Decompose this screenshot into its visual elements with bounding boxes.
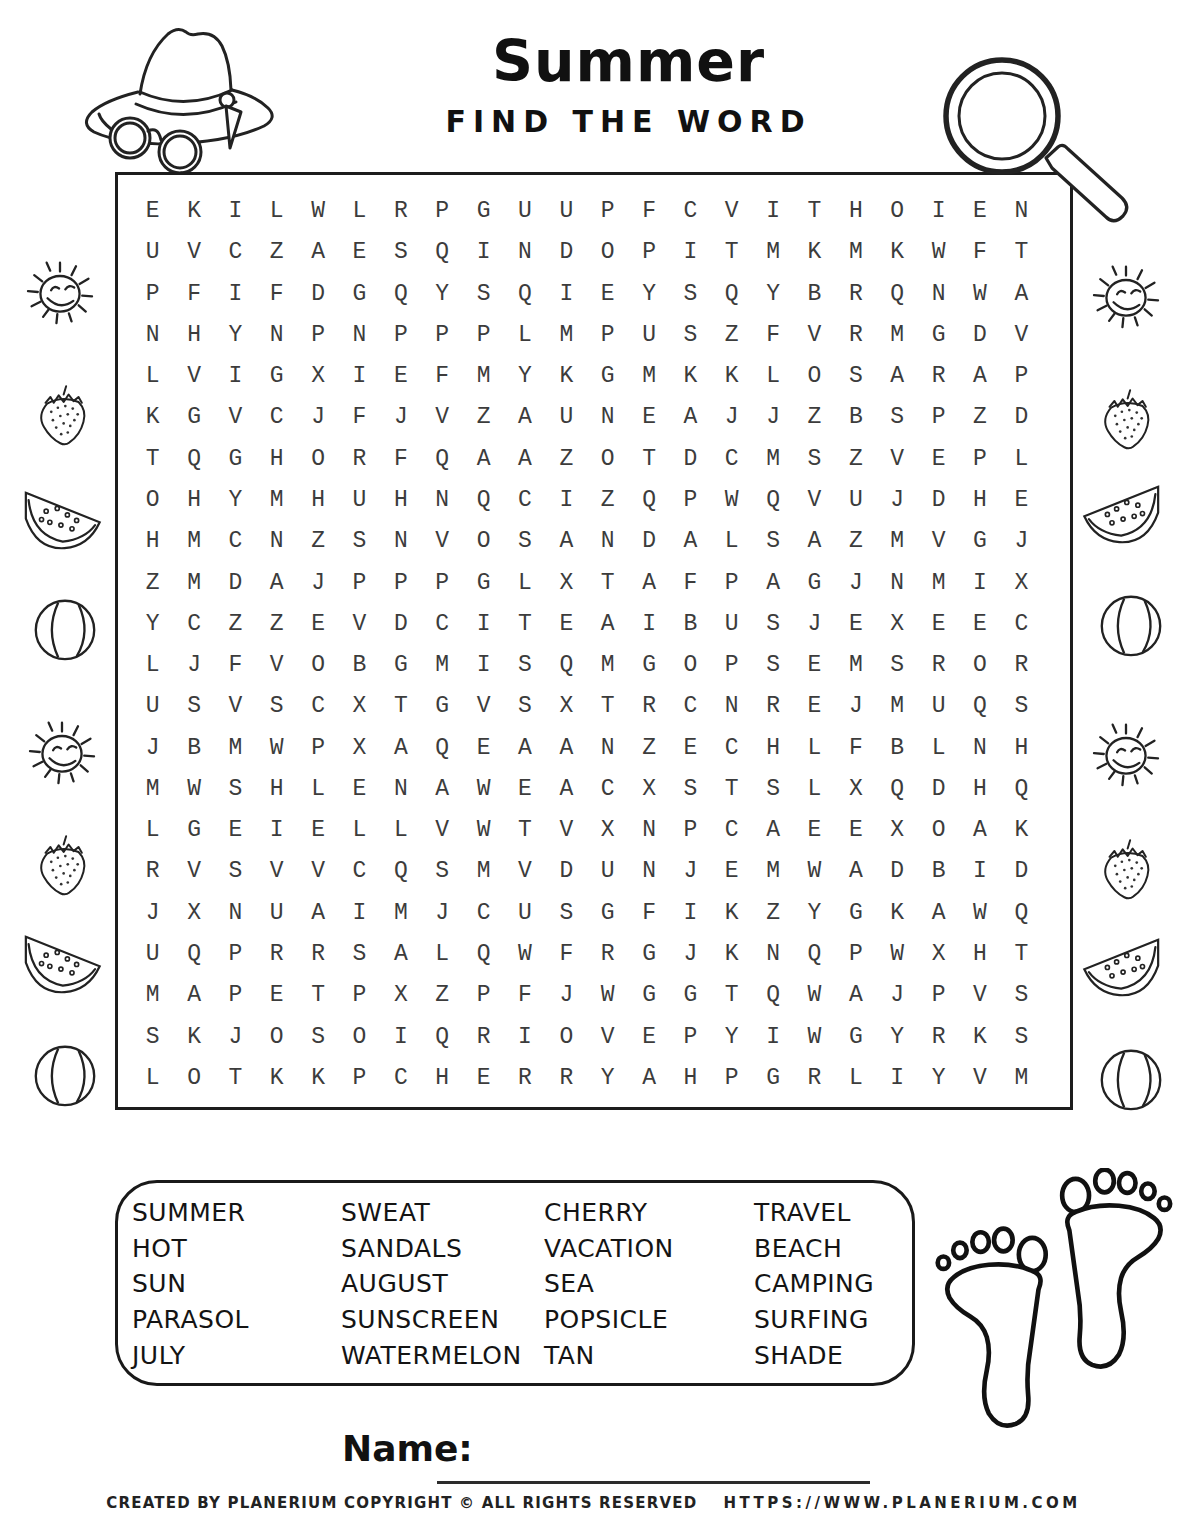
grid-cell[interactable]: Z bbox=[752, 893, 793, 934]
grid-cell[interactable]: H bbox=[959, 480, 1000, 521]
grid-cell[interactable]: M bbox=[877, 521, 918, 562]
grid-cell[interactable]: O bbox=[132, 480, 173, 521]
grid-cell[interactable]: A bbox=[835, 975, 876, 1016]
grid-cell[interactable]: I bbox=[215, 356, 256, 397]
grid-cell[interactable]: Q bbox=[628, 480, 669, 521]
grid-cell[interactable]: M bbox=[215, 728, 256, 769]
grid-cell[interactable]: G bbox=[794, 562, 835, 603]
grid-cell[interactable]: P bbox=[711, 645, 752, 686]
grid-cell[interactable]: S bbox=[339, 521, 380, 562]
grid-cell[interactable]: N bbox=[959, 728, 1000, 769]
grid-cell[interactable]: E bbox=[628, 1016, 669, 1057]
grid-cell[interactable]: E bbox=[711, 851, 752, 892]
grid-cell[interactable]: N bbox=[711, 686, 752, 727]
grid-cell[interactable]: I bbox=[546, 274, 587, 315]
grid-cell[interactable]: S bbox=[752, 645, 793, 686]
grid-cell[interactable]: W bbox=[877, 934, 918, 975]
grid-cell[interactable]: I bbox=[670, 232, 711, 273]
grid-cell[interactable]: R bbox=[628, 686, 669, 727]
grid-cell[interactable]: U bbox=[132, 934, 173, 975]
grid-cell[interactable]: A bbox=[504, 397, 545, 438]
grid-cell[interactable]: O bbox=[463, 521, 504, 562]
grid-cell[interactable]: P bbox=[959, 439, 1000, 480]
grid-cell[interactable]: S bbox=[546, 893, 587, 934]
grid-cell[interactable]: S bbox=[504, 686, 545, 727]
grid-cell[interactable]: D bbox=[918, 480, 959, 521]
grid-cell[interactable]: I bbox=[215, 274, 256, 315]
grid-cell[interactable]: A bbox=[546, 769, 587, 810]
grid-cell[interactable]: X bbox=[877, 810, 918, 851]
grid-cell[interactable]: T bbox=[380, 686, 421, 727]
grid-cell[interactable]: M bbox=[1001, 1058, 1042, 1099]
grid-cell[interactable]: J bbox=[877, 480, 918, 521]
grid-cell[interactable]: Q bbox=[422, 232, 463, 273]
grid-cell[interactable]: H bbox=[256, 439, 297, 480]
grid-cell[interactable]: V bbox=[297, 851, 338, 892]
grid-cell[interactable]: W bbox=[173, 769, 214, 810]
grid-cell[interactable]: I bbox=[463, 604, 504, 645]
grid-cell[interactable]: L bbox=[918, 728, 959, 769]
grid-cell[interactable]: R bbox=[918, 356, 959, 397]
grid-cell[interactable]: H bbox=[422, 1058, 463, 1099]
grid-cell[interactable]: I bbox=[339, 893, 380, 934]
grid-cell[interactable]: V bbox=[173, 851, 214, 892]
grid-cell[interactable]: A bbox=[546, 521, 587, 562]
grid-cell[interactable]: A bbox=[835, 851, 876, 892]
grid-cell[interactable]: V bbox=[422, 810, 463, 851]
grid-cell[interactable]: V bbox=[173, 356, 214, 397]
grid-cell[interactable]: J bbox=[297, 562, 338, 603]
grid-cell[interactable]: N bbox=[380, 769, 421, 810]
grid-cell[interactable]: C bbox=[711, 728, 752, 769]
grid-cell[interactable]: J bbox=[877, 975, 918, 1016]
grid-cell[interactable]: W bbox=[959, 274, 1000, 315]
grid-cell[interactable]: Q bbox=[380, 274, 421, 315]
grid-cell[interactable]: P bbox=[339, 562, 380, 603]
grid-cell[interactable]: N bbox=[339, 315, 380, 356]
grid-cell[interactable]: T bbox=[587, 686, 628, 727]
grid-cell[interactable]: M bbox=[380, 893, 421, 934]
grid-cell[interactable]: C bbox=[1001, 604, 1042, 645]
grid-cell[interactable]: A bbox=[877, 356, 918, 397]
grid-cell[interactable]: L bbox=[504, 562, 545, 603]
grid-cell[interactable]: E bbox=[256, 975, 297, 1016]
grid-cell[interactable]: H bbox=[670, 1058, 711, 1099]
grid-cell[interactable]: L bbox=[794, 728, 835, 769]
grid-cell[interactable]: M bbox=[463, 356, 504, 397]
grid-cell[interactable]: V bbox=[463, 686, 504, 727]
grid-cell[interactable]: F bbox=[670, 562, 711, 603]
grid-cell[interactable]: R bbox=[1001, 645, 1042, 686]
grid-cell[interactable]: V bbox=[422, 521, 463, 562]
grid-cell[interactable]: J bbox=[132, 893, 173, 934]
grid-cell[interactable]: Q bbox=[1001, 893, 1042, 934]
grid-cell[interactable]: U bbox=[835, 480, 876, 521]
grid-cell[interactable]: Q bbox=[1001, 769, 1042, 810]
grid-cell[interactable]: D bbox=[959, 315, 1000, 356]
grid-cell[interactable]: V bbox=[339, 604, 380, 645]
grid-cell[interactable]: W bbox=[918, 232, 959, 273]
grid-cell[interactable]: Q bbox=[877, 769, 918, 810]
grid-cell[interactable]: M bbox=[132, 769, 173, 810]
grid-cell[interactable]: H bbox=[752, 728, 793, 769]
grid-cell[interactable]: L bbox=[422, 934, 463, 975]
grid-cell[interactable]: A bbox=[463, 439, 504, 480]
grid-cell[interactable]: Y bbox=[215, 480, 256, 521]
grid-cell[interactable]: S bbox=[504, 645, 545, 686]
grid-cell[interactable]: A bbox=[670, 397, 711, 438]
grid-cell[interactable]: G bbox=[422, 686, 463, 727]
grid-cell[interactable]: C bbox=[711, 439, 752, 480]
grid-cell[interactable]: A bbox=[959, 356, 1000, 397]
grid-cell[interactable]: G bbox=[256, 356, 297, 397]
grid-cell[interactable]: P bbox=[587, 315, 628, 356]
grid-cell[interactable]: J bbox=[670, 934, 711, 975]
grid-cell[interactable]: S bbox=[380, 232, 421, 273]
grid-cell[interactable]: U bbox=[504, 893, 545, 934]
grid-cell[interactable]: X bbox=[297, 356, 338, 397]
grid-cell[interactable]: D bbox=[1001, 851, 1042, 892]
grid-cell[interactable]: T bbox=[711, 232, 752, 273]
grid-cell[interactable]: D bbox=[215, 562, 256, 603]
grid-cell[interactable]: G bbox=[215, 439, 256, 480]
grid-cell[interactable]: Y bbox=[587, 1058, 628, 1099]
grid-cell[interactable]: H bbox=[132, 521, 173, 562]
grid-cell[interactable]: Q bbox=[463, 480, 504, 521]
grid-cell[interactable]: N bbox=[422, 480, 463, 521]
grid-cell[interactable]: A bbox=[297, 232, 338, 273]
grid-cell[interactable]: N bbox=[132, 315, 173, 356]
grid-cell[interactable]: M bbox=[463, 851, 504, 892]
grid-cell[interactable]: Q bbox=[794, 934, 835, 975]
grid-cell[interactable]: P bbox=[1001, 356, 1042, 397]
grid-cell[interactable]: Q bbox=[752, 480, 793, 521]
grid-cell[interactable]: N bbox=[918, 274, 959, 315]
grid-cell[interactable]: U bbox=[546, 397, 587, 438]
grid-cell[interactable]: L bbox=[132, 356, 173, 397]
grid-cell[interactable]: Q bbox=[422, 728, 463, 769]
grid-cell[interactable]: R bbox=[339, 439, 380, 480]
grid-cell[interactable]: Q bbox=[173, 439, 214, 480]
grid-cell[interactable]: I bbox=[752, 1016, 793, 1057]
grid-cell[interactable]: E bbox=[587, 274, 628, 315]
grid-cell[interactable]: S bbox=[463, 274, 504, 315]
grid-cell[interactable]: O bbox=[918, 810, 959, 851]
grid-cell[interactable]: D bbox=[877, 851, 918, 892]
grid-cell[interactable]: O bbox=[339, 1016, 380, 1057]
grid-cell[interactable]: S bbox=[1001, 975, 1042, 1016]
grid-cell[interactable]: T bbox=[711, 769, 752, 810]
grid-cell[interactable]: X bbox=[546, 562, 587, 603]
grid-cell[interactable]: B bbox=[173, 728, 214, 769]
grid-cell[interactable]: B bbox=[339, 645, 380, 686]
grid-cell[interactable]: C bbox=[422, 604, 463, 645]
grid-cell[interactable]: R bbox=[835, 315, 876, 356]
grid-cell[interactable]: P bbox=[339, 1058, 380, 1099]
name-input-line[interactable] bbox=[437, 1481, 870, 1484]
grid-cell[interactable]: L bbox=[132, 1058, 173, 1099]
grid-cell[interactable]: T bbox=[628, 439, 669, 480]
grid-cell[interactable]: T bbox=[794, 191, 835, 232]
grid-cell[interactable]: M bbox=[132, 975, 173, 1016]
grid-cell[interactable]: S bbox=[422, 851, 463, 892]
grid-cell[interactable]: D bbox=[628, 521, 669, 562]
grid-cell[interactable]: L bbox=[752, 356, 793, 397]
grid-cell[interactable]: A bbox=[587, 604, 628, 645]
grid-cell[interactable]: V bbox=[256, 851, 297, 892]
grid-cell[interactable]: P bbox=[422, 191, 463, 232]
grid-cell[interactable]: U bbox=[132, 686, 173, 727]
grid-cell[interactable]: N bbox=[504, 232, 545, 273]
grid-cell[interactable]: K bbox=[256, 1058, 297, 1099]
grid-cell[interactable]: R bbox=[918, 1016, 959, 1057]
grid-cell[interactable]: B bbox=[835, 397, 876, 438]
grid-cell[interactable]: Y bbox=[215, 315, 256, 356]
grid-cell[interactable]: L bbox=[711, 521, 752, 562]
grid-cell[interactable]: D bbox=[1001, 397, 1042, 438]
grid-cell[interactable]: Z bbox=[422, 975, 463, 1016]
grid-cell[interactable]: J bbox=[794, 604, 835, 645]
grid-cell[interactable]: T bbox=[132, 439, 173, 480]
grid-cell[interactable]: P bbox=[380, 315, 421, 356]
grid-cell[interactable]: C bbox=[215, 521, 256, 562]
grid-cell[interactable]: D bbox=[918, 769, 959, 810]
grid-cell[interactable]: A bbox=[380, 728, 421, 769]
grid-cell[interactable]: O bbox=[670, 645, 711, 686]
grid-cell[interactable]: G bbox=[959, 521, 1000, 562]
grid-cell[interactable]: X bbox=[835, 769, 876, 810]
grid-cell[interactable]: W bbox=[504, 934, 545, 975]
grid-cell[interactable]: Q bbox=[380, 851, 421, 892]
grid-cell[interactable]: Z bbox=[132, 562, 173, 603]
grid-cell[interactable]: K bbox=[173, 1016, 214, 1057]
grid-cell[interactable]: U bbox=[546, 191, 587, 232]
grid-cell[interactable]: F bbox=[628, 893, 669, 934]
grid-cell[interactable]: W bbox=[587, 975, 628, 1016]
grid-cell[interactable]: E bbox=[132, 191, 173, 232]
grid-cell[interactable]: A bbox=[173, 975, 214, 1016]
grid-cell[interactable]: A bbox=[504, 439, 545, 480]
grid-cell[interactable]: V bbox=[546, 810, 587, 851]
grid-cell[interactable]: Q bbox=[546, 645, 587, 686]
grid-cell[interactable]: I bbox=[256, 810, 297, 851]
grid-cell[interactable]: H bbox=[380, 480, 421, 521]
grid-cell[interactable]: Q bbox=[422, 1016, 463, 1057]
grid-cell[interactable]: V bbox=[215, 397, 256, 438]
grid-cell[interactable]: O bbox=[173, 1058, 214, 1099]
grid-cell[interactable]: S bbox=[1001, 686, 1042, 727]
grid-cell[interactable]: W bbox=[794, 1016, 835, 1057]
grid-cell[interactable]: T bbox=[587, 562, 628, 603]
grid-cell[interactable]: I bbox=[504, 1016, 545, 1057]
grid-cell[interactable]: G bbox=[628, 975, 669, 1016]
grid-cell[interactable]: D bbox=[297, 274, 338, 315]
grid-cell[interactable]: Q bbox=[173, 934, 214, 975]
grid-cell[interactable]: H bbox=[835, 191, 876, 232]
grid-cell[interactable]: P bbox=[918, 975, 959, 1016]
grid-cell[interactable]: I bbox=[670, 893, 711, 934]
grid-cell[interactable]: P bbox=[215, 975, 256, 1016]
grid-cell[interactable]: K bbox=[794, 232, 835, 273]
grid-cell[interactable]: K bbox=[711, 934, 752, 975]
grid-cell[interactable]: R bbox=[132, 851, 173, 892]
grid-cell[interactable]: C bbox=[670, 191, 711, 232]
grid-cell[interactable]: I bbox=[339, 356, 380, 397]
grid-cell[interactable]: F bbox=[752, 315, 793, 356]
grid-cell[interactable]: O bbox=[877, 191, 918, 232]
grid-cell[interactable]: S bbox=[835, 356, 876, 397]
grid-cell[interactable]: E bbox=[463, 1058, 504, 1099]
grid-cell[interactable]: P bbox=[670, 480, 711, 521]
grid-cell[interactable]: Q bbox=[463, 934, 504, 975]
grid-cell[interactable]: E bbox=[504, 769, 545, 810]
grid-cell[interactable]: T bbox=[1001, 934, 1042, 975]
grid-cell[interactable]: A bbox=[504, 728, 545, 769]
grid-cell[interactable]: J bbox=[670, 851, 711, 892]
grid-cell[interactable]: C bbox=[339, 851, 380, 892]
grid-cell[interactable]: V bbox=[711, 191, 752, 232]
grid-cell[interactable]: H bbox=[173, 315, 214, 356]
grid-cell[interactable]: N bbox=[628, 851, 669, 892]
grid-cell[interactable]: S bbox=[877, 397, 918, 438]
grid-cell[interactable]: F bbox=[422, 356, 463, 397]
grid-cell[interactable]: C bbox=[380, 1058, 421, 1099]
grid-cell[interactable]: U bbox=[628, 315, 669, 356]
grid-cell[interactable]: I bbox=[380, 1016, 421, 1057]
grid-cell[interactable]: V bbox=[1001, 315, 1042, 356]
grid-cell[interactable]: M bbox=[173, 562, 214, 603]
grid-cell[interactable]: A bbox=[297, 893, 338, 934]
grid-cell[interactable]: B bbox=[877, 728, 918, 769]
grid-cell[interactable]: W bbox=[256, 728, 297, 769]
grid-cell[interactable]: J bbox=[132, 728, 173, 769]
grid-cell[interactable]: M bbox=[422, 645, 463, 686]
grid-cell[interactable]: C bbox=[297, 686, 338, 727]
grid-cell[interactable]: K bbox=[546, 356, 587, 397]
grid-cell[interactable]: Q bbox=[877, 274, 918, 315]
grid-cell[interactable]: I bbox=[877, 1058, 918, 1099]
grid-cell[interactable]: S bbox=[794, 439, 835, 480]
grid-cell[interactable]: O bbox=[256, 1016, 297, 1057]
grid-cell[interactable]: W bbox=[463, 810, 504, 851]
grid-cell[interactable]: L bbox=[132, 645, 173, 686]
grid-cell[interactable]: G bbox=[587, 356, 628, 397]
grid-cell[interactable]: I bbox=[215, 191, 256, 232]
grid-cell[interactable]: N bbox=[256, 521, 297, 562]
grid-cell[interactable]: X bbox=[546, 686, 587, 727]
grid-cell[interactable]: Z bbox=[711, 315, 752, 356]
grid-cell[interactable]: N bbox=[256, 315, 297, 356]
grid-cell[interactable]: W bbox=[794, 975, 835, 1016]
grid-cell[interactable]: S bbox=[752, 604, 793, 645]
grid-cell[interactable]: R bbox=[463, 1016, 504, 1057]
grid-cell[interactable]: S bbox=[256, 686, 297, 727]
grid-cell[interactable]: F bbox=[215, 645, 256, 686]
grid-cell[interactable]: F bbox=[959, 232, 1000, 273]
grid-cell[interactable]: O bbox=[587, 232, 628, 273]
grid-cell[interactable]: O bbox=[546, 1016, 587, 1057]
grid-cell[interactable]: T bbox=[504, 604, 545, 645]
grid-cell[interactable]: Y bbox=[752, 274, 793, 315]
grid-cell[interactable]: V bbox=[877, 439, 918, 480]
grid-cell[interactable]: L bbox=[339, 810, 380, 851]
grid-cell[interactable]: N bbox=[628, 810, 669, 851]
grid-cell[interactable]: J bbox=[1001, 521, 1042, 562]
grid-cell[interactable]: C bbox=[504, 480, 545, 521]
grid-cell[interactable]: S bbox=[1001, 1016, 1042, 1057]
grid-cell[interactable]: P bbox=[422, 562, 463, 603]
grid-cell[interactable]: A bbox=[546, 728, 587, 769]
grid-cell[interactable]: P bbox=[297, 315, 338, 356]
grid-cell[interactable]: G bbox=[628, 934, 669, 975]
grid-cell[interactable]: E bbox=[794, 810, 835, 851]
grid-cell[interactable]: F bbox=[380, 439, 421, 480]
grid-cell[interactable]: L bbox=[794, 769, 835, 810]
grid-cell[interactable]: R bbox=[546, 1058, 587, 1099]
grid-cell[interactable]: I bbox=[463, 232, 504, 273]
grid-cell[interactable]: U bbox=[711, 604, 752, 645]
grid-cell[interactable]: P bbox=[297, 728, 338, 769]
grid-cell[interactable]: D bbox=[670, 439, 711, 480]
grid-cell[interactable]: E bbox=[959, 604, 1000, 645]
grid-cell[interactable]: S bbox=[670, 769, 711, 810]
grid-cell[interactable]: G bbox=[670, 975, 711, 1016]
grid-cell[interactable]: H bbox=[173, 480, 214, 521]
grid-cell[interactable]: E bbox=[794, 645, 835, 686]
grid-cell[interactable]: D bbox=[380, 604, 421, 645]
grid-cell[interactable]: F bbox=[256, 274, 297, 315]
grid-cell[interactable]: D bbox=[546, 851, 587, 892]
grid-cell[interactable]: Y bbox=[794, 893, 835, 934]
grid-cell[interactable]: E bbox=[1001, 480, 1042, 521]
grid-cell[interactable]: F bbox=[339, 397, 380, 438]
grid-cell[interactable]: J bbox=[380, 397, 421, 438]
grid-cell[interactable]: S bbox=[670, 315, 711, 356]
grid-cell[interactable]: Q bbox=[422, 439, 463, 480]
grid-cell[interactable]: O bbox=[587, 439, 628, 480]
grid-cell[interactable]: M bbox=[628, 356, 669, 397]
grid-cell[interactable]: P bbox=[670, 810, 711, 851]
grid-cell[interactable]: G bbox=[173, 397, 214, 438]
grid-cell[interactable]: T bbox=[297, 975, 338, 1016]
grid-cell[interactable]: E bbox=[835, 810, 876, 851]
grid-cell[interactable]: I bbox=[463, 645, 504, 686]
grid-cell[interactable]: E bbox=[628, 397, 669, 438]
grid-cell[interactable]: X bbox=[877, 604, 918, 645]
grid-cell[interactable]: F bbox=[173, 274, 214, 315]
grid-cell[interactable]: Z bbox=[256, 232, 297, 273]
grid-cell[interactable]: C bbox=[670, 686, 711, 727]
grid-cell[interactable]: U bbox=[339, 480, 380, 521]
grid-cell[interactable]: C bbox=[256, 397, 297, 438]
grid-cell[interactable]: S bbox=[504, 521, 545, 562]
grid-cell[interactable]: B bbox=[794, 274, 835, 315]
grid-cell[interactable]: N bbox=[587, 521, 628, 562]
grid-cell[interactable]: V bbox=[918, 521, 959, 562]
grid-cell[interactable]: S bbox=[670, 274, 711, 315]
grid-cell[interactable]: S bbox=[339, 934, 380, 975]
grid-cell[interactable]: V bbox=[587, 1016, 628, 1057]
grid-cell[interactable]: L bbox=[504, 315, 545, 356]
grid-cell[interactable]: W bbox=[711, 480, 752, 521]
grid-cell[interactable]: Z bbox=[835, 521, 876, 562]
grid-cell[interactable]: L bbox=[297, 769, 338, 810]
grid-cell[interactable]: P bbox=[835, 934, 876, 975]
grid-cell[interactable]: A bbox=[628, 562, 669, 603]
grid-cell[interactable]: W bbox=[463, 769, 504, 810]
grid-cell[interactable]: I bbox=[959, 851, 1000, 892]
grid-cell[interactable]: H bbox=[1001, 728, 1042, 769]
